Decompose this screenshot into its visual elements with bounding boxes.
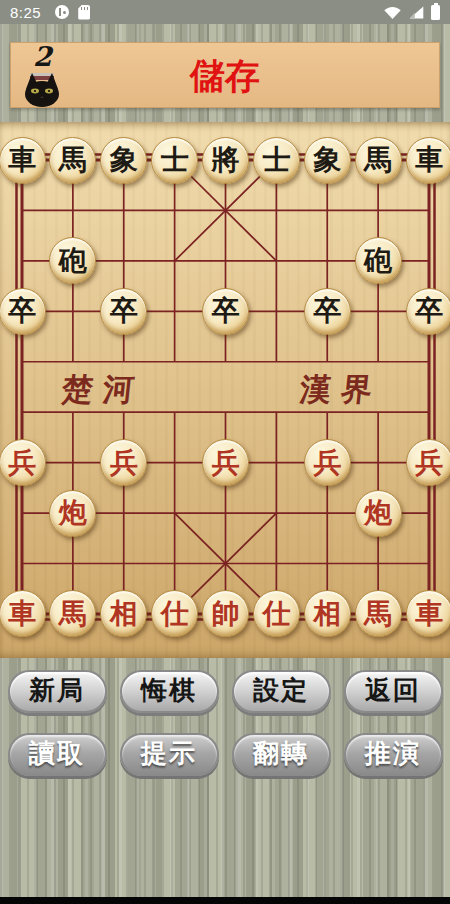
piece-black-象[interactable]: 象	[100, 137, 147, 184]
button-推演[interactable]: 推演	[344, 733, 443, 776]
header-bar: 儲存 2	[10, 42, 440, 108]
piece-black-卒[interactable]: 卒	[0, 288, 46, 335]
sd-card-icon	[78, 5, 90, 20]
piece-black-車[interactable]: 車	[406, 137, 450, 184]
control-buttons: 新局悔棋設定返回讀取提示翻轉推演	[0, 670, 450, 796]
piece-black-卒[interactable]: 卒	[304, 288, 351, 335]
page-title: 儲存	[11, 53, 439, 100]
piece-black-卒[interactable]: 卒	[100, 288, 147, 335]
piece-red-兵[interactable]: 兵	[406, 439, 450, 486]
wifi-icon	[383, 5, 402, 20]
cat-icon	[21, 67, 63, 107]
piece-black-卒[interactable]: 卒	[202, 288, 249, 335]
notification-circle-icon	[55, 5, 69, 19]
piece-black-馬[interactable]: 馬	[49, 137, 96, 184]
button-悔棋[interactable]: 悔棋	[120, 670, 219, 713]
piece-red-兵[interactable]: 兵	[0, 439, 46, 486]
piece-black-馬[interactable]: 馬	[355, 137, 402, 184]
piece-red-兵[interactable]: 兵	[304, 439, 351, 486]
button-返回[interactable]: 返回	[344, 670, 443, 713]
piece-red-仕[interactable]: 仕	[253, 590, 300, 637]
piece-red-馬[interactable]: 馬	[355, 590, 402, 637]
cat-avatar[interactable]: 2	[19, 45, 65, 107]
app-screen: 8:25 儲存 2	[0, 0, 450, 904]
button-讀取[interactable]: 讀取	[8, 733, 107, 776]
piece-red-車[interactable]: 車	[0, 590, 46, 637]
button-提示[interactable]: 提示	[120, 733, 219, 776]
piece-red-炮[interactable]: 炮	[49, 490, 96, 537]
battery-icon	[431, 5, 440, 20]
river-label-left: 楚河	[60, 369, 146, 411]
cellular-signal-icon	[408, 5, 425, 20]
clock: 8:25	[10, 4, 41, 21]
piece-red-車[interactable]: 車	[406, 590, 450, 637]
piece-black-士[interactable]: 士	[253, 137, 300, 184]
piece-red-兵[interactable]: 兵	[202, 439, 249, 486]
piece-black-士[interactable]: 士	[151, 137, 198, 184]
piece-black-將[interactable]: 將	[202, 137, 249, 184]
button-新局[interactable]: 新局	[8, 670, 107, 713]
piece-black-卒[interactable]: 卒	[406, 288, 450, 335]
piece-black-砲[interactable]: 砲	[355, 237, 402, 284]
status-bar: 8:25	[0, 0, 450, 24]
button-翻轉[interactable]: 翻轉	[232, 733, 331, 776]
river-label-right: 漢界	[298, 369, 384, 411]
piece-black-象[interactable]: 象	[304, 137, 351, 184]
piece-red-炮[interactable]: 炮	[355, 490, 402, 537]
navigation-bar	[0, 897, 450, 904]
button-設定[interactable]: 設定	[232, 670, 331, 713]
piece-black-車[interactable]: 車	[0, 137, 46, 184]
xiangqi-board[interactable]: 楚河 漢界 車馬象士將士象馬車砲砲卒卒卒卒卒兵兵兵兵兵炮炮車馬相仕帥仕相馬車	[0, 122, 450, 658]
piece-red-相[interactable]: 相	[304, 590, 351, 637]
